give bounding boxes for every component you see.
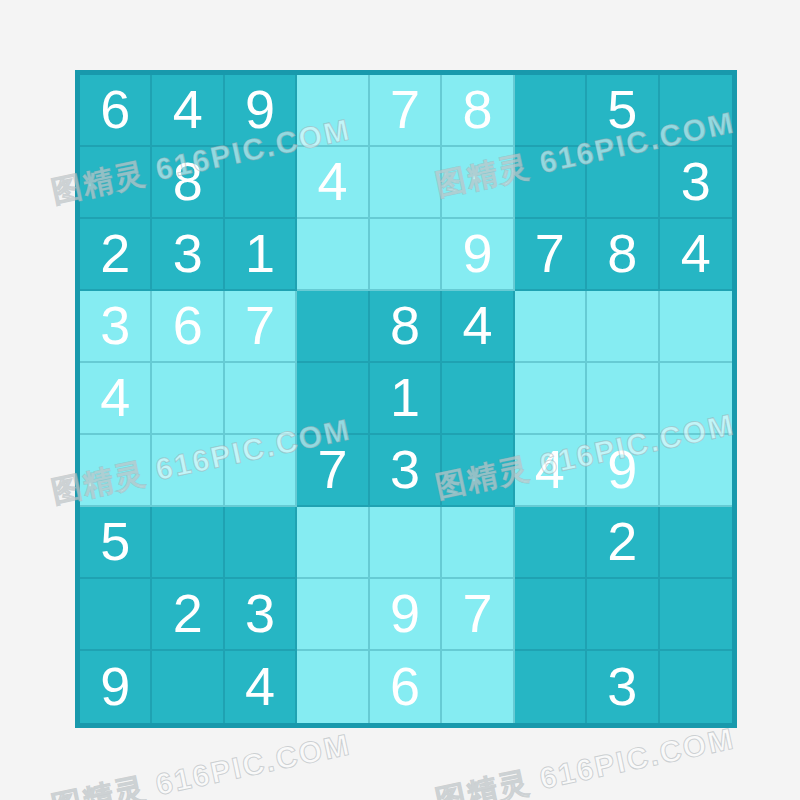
cell-r7c6[interactable]: [442, 507, 514, 579]
cell-r6c3[interactable]: [225, 435, 297, 507]
cell-r1c8[interactable]: 5: [587, 75, 659, 147]
cell-r4c6[interactable]: 4: [442, 291, 514, 363]
cell-r7c1[interactable]: 5: [80, 507, 152, 579]
cell-r7c4[interactable]: [297, 507, 369, 579]
watermark-text: 图精灵 616PIC.COM: [48, 725, 355, 800]
cell-r2c1[interactable]: [80, 147, 152, 219]
cell-r8c1[interactable]: [80, 579, 152, 651]
cell-r4c5[interactable]: 8: [370, 291, 442, 363]
cell-r6c7[interactable]: 4: [515, 435, 587, 507]
cell-r4c2[interactable]: 6: [152, 291, 224, 363]
cell-r2c4[interactable]: 4: [297, 147, 369, 219]
cell-r3c6[interactable]: 9: [442, 219, 514, 291]
cell-r2c7[interactable]: [515, 147, 587, 219]
cell-r6c2[interactable]: [152, 435, 224, 507]
cell-r8c6[interactable]: 7: [442, 579, 514, 651]
cell-r7c2[interactable]: [152, 507, 224, 579]
cell-r1c3[interactable]: 9: [225, 75, 297, 147]
cell-r3c2[interactable]: 3: [152, 219, 224, 291]
cell-r5c8[interactable]: [587, 363, 659, 435]
cell-r2c9[interactable]: 3: [660, 147, 732, 219]
cell-r5c5[interactable]: 1: [370, 363, 442, 435]
cell-r3c8[interactable]: 8: [587, 219, 659, 291]
cell-r9c3[interactable]: 4: [225, 651, 297, 723]
cell-r6c4[interactable]: 7: [297, 435, 369, 507]
cell-r5c2[interactable]: [152, 363, 224, 435]
cell-r6c9[interactable]: [660, 435, 732, 507]
cell-r2c8[interactable]: [587, 147, 659, 219]
cell-r5c1[interactable]: 4: [80, 363, 152, 435]
cell-r3c7[interactable]: 7: [515, 219, 587, 291]
cell-r5c6[interactable]: [442, 363, 514, 435]
cell-r8c7[interactable]: [515, 579, 587, 651]
cell-r7c5[interactable]: [370, 507, 442, 579]
cell-r2c5[interactable]: [370, 147, 442, 219]
cell-r2c6[interactable]: [442, 147, 514, 219]
cell-r8c4[interactable]: [297, 579, 369, 651]
cell-r4c9[interactable]: [660, 291, 732, 363]
cell-r4c1[interactable]: 3: [80, 291, 152, 363]
cell-r3c9[interactable]: 4: [660, 219, 732, 291]
cell-r9c2[interactable]: [152, 651, 224, 723]
cell-r5c7[interactable]: [515, 363, 587, 435]
watermark-text: 图精灵 616PIC.COM: [432, 719, 739, 800]
cell-r1c9[interactable]: [660, 75, 732, 147]
cell-r2c3[interactable]: [225, 147, 297, 219]
sudoku-board: 6497858432319784367844173495223979463: [75, 70, 737, 728]
cell-r7c7[interactable]: [515, 507, 587, 579]
cell-r1c2[interactable]: 4: [152, 75, 224, 147]
cell-r8c5[interactable]: 9: [370, 579, 442, 651]
cell-r6c1[interactable]: [80, 435, 152, 507]
cell-r9c1[interactable]: 9: [80, 651, 152, 723]
cell-r1c5[interactable]: 7: [370, 75, 442, 147]
cell-r7c9[interactable]: [660, 507, 732, 579]
cell-r9c6[interactable]: [442, 651, 514, 723]
cell-r9c5[interactable]: 6: [370, 651, 442, 723]
cell-r7c3[interactable]: [225, 507, 297, 579]
cell-r8c2[interactable]: 2: [152, 579, 224, 651]
cell-r5c4[interactable]: [297, 363, 369, 435]
cell-r1c1[interactable]: 6: [80, 75, 152, 147]
cell-r3c4[interactable]: [297, 219, 369, 291]
cell-r4c8[interactable]: [587, 291, 659, 363]
cell-r1c4[interactable]: [297, 75, 369, 147]
cell-r6c5[interactable]: 3: [370, 435, 442, 507]
cell-r5c9[interactable]: [660, 363, 732, 435]
cell-r1c6[interactable]: 8: [442, 75, 514, 147]
cell-r9c7[interactable]: [515, 651, 587, 723]
cell-r4c3[interactable]: 7: [225, 291, 297, 363]
cell-r5c3[interactable]: [225, 363, 297, 435]
cell-r7c8[interactable]: 2: [587, 507, 659, 579]
cell-r1c7[interactable]: [515, 75, 587, 147]
cell-r9c4[interactable]: [297, 651, 369, 723]
cell-r8c9[interactable]: [660, 579, 732, 651]
cell-r8c3[interactable]: 3: [225, 579, 297, 651]
cell-r2c2[interactable]: 8: [152, 147, 224, 219]
cell-r4c7[interactable]: [515, 291, 587, 363]
cell-r3c1[interactable]: 2: [80, 219, 152, 291]
cell-r8c8[interactable]: [587, 579, 659, 651]
cell-r4c4[interactable]: [297, 291, 369, 363]
cell-r6c8[interactable]: 9: [587, 435, 659, 507]
cell-r3c5[interactable]: [370, 219, 442, 291]
cell-r3c3[interactable]: 1: [225, 219, 297, 291]
cell-r9c9[interactable]: [660, 651, 732, 723]
cell-r6c6[interactable]: [442, 435, 514, 507]
cell-r9c8[interactable]: 3: [587, 651, 659, 723]
